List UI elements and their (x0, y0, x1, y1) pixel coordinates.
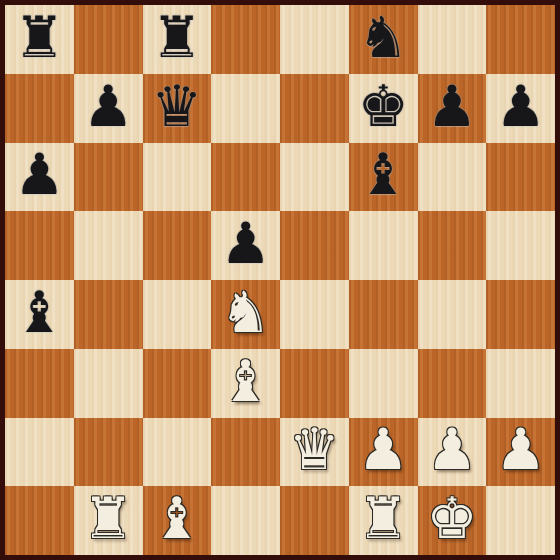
square-f7[interactable]: ♚ (349, 74, 418, 143)
square-a3[interactable] (5, 349, 74, 418)
square-a2[interactable] (5, 418, 74, 487)
black-rook-piece[interactable]: ♜ (14, 9, 65, 66)
square-h6[interactable] (486, 143, 555, 212)
black-bishop-piece[interactable]: ♝ (358, 146, 409, 203)
square-h2[interactable]: ♟ (486, 418, 555, 487)
black-rook-piece[interactable]: ♜ (151, 9, 202, 66)
white-bishop-piece[interactable]: ♝ (151, 490, 202, 547)
square-h4[interactable] (486, 280, 555, 349)
square-c3[interactable] (143, 349, 212, 418)
square-g3[interactable] (418, 349, 487, 418)
white-queen-piece[interactable]: ♛ (289, 421, 340, 478)
square-f1[interactable]: ♜ (349, 486, 418, 555)
white-rook-piece[interactable]: ♜ (83, 490, 134, 547)
square-a4[interactable]: ♝ (5, 280, 74, 349)
square-e3[interactable] (280, 349, 349, 418)
white-rook-piece[interactable]: ♜ (358, 490, 409, 547)
square-c2[interactable] (143, 418, 212, 487)
square-e2[interactable]: ♛ (280, 418, 349, 487)
square-f4[interactable] (349, 280, 418, 349)
square-h7[interactable]: ♟ (486, 74, 555, 143)
square-c1[interactable]: ♝ (143, 486, 212, 555)
square-b8[interactable] (74, 5, 143, 74)
square-a5[interactable] (5, 211, 74, 280)
square-g5[interactable] (418, 211, 487, 280)
black-pawn-piece[interactable]: ♟ (495, 78, 546, 135)
square-f3[interactable] (349, 349, 418, 418)
square-c6[interactable] (143, 143, 212, 212)
square-h8[interactable] (486, 5, 555, 74)
square-g8[interactable] (418, 5, 487, 74)
chess-board: ♜♜♞♟♛♚♟♟♟♝♟♝♞♝♛♟♟♟♜♝♜♚ (0, 0, 560, 560)
square-a6[interactable]: ♟ (5, 143, 74, 212)
square-b4[interactable] (74, 280, 143, 349)
square-c8[interactable]: ♜ (143, 5, 212, 74)
square-d3[interactable]: ♝ (211, 349, 280, 418)
board-grid: ♜♜♞♟♛♚♟♟♟♝♟♝♞♝♛♟♟♟♜♝♜♚ (5, 5, 555, 555)
square-e6[interactable] (280, 143, 349, 212)
black-king-piece[interactable]: ♚ (358, 78, 409, 135)
black-knight-piece[interactable]: ♞ (358, 9, 409, 66)
square-g2[interactable]: ♟ (418, 418, 487, 487)
square-g1[interactable]: ♚ (418, 486, 487, 555)
white-knight-piece[interactable]: ♞ (220, 284, 271, 341)
square-e1[interactable] (280, 486, 349, 555)
white-pawn-piece[interactable]: ♟ (358, 421, 409, 478)
square-f8[interactable]: ♞ (349, 5, 418, 74)
square-b1[interactable]: ♜ (74, 486, 143, 555)
square-b3[interactable] (74, 349, 143, 418)
black-pawn-piece[interactable]: ♟ (426, 78, 477, 135)
square-d5[interactable]: ♟ (211, 211, 280, 280)
square-d6[interactable] (211, 143, 280, 212)
black-pawn-piece[interactable]: ♟ (14, 146, 65, 203)
square-f2[interactable]: ♟ (349, 418, 418, 487)
square-a8[interactable]: ♜ (5, 5, 74, 74)
square-g4[interactable] (418, 280, 487, 349)
square-d8[interactable] (211, 5, 280, 74)
square-b2[interactable] (74, 418, 143, 487)
black-pawn-piece[interactable]: ♟ (83, 78, 134, 135)
square-d1[interactable] (211, 486, 280, 555)
black-queen-piece[interactable]: ♛ (151, 78, 202, 135)
square-b6[interactable] (74, 143, 143, 212)
square-g7[interactable]: ♟ (418, 74, 487, 143)
white-bishop-piece[interactable]: ♝ (220, 353, 271, 410)
square-c5[interactable] (143, 211, 212, 280)
square-f5[interactable] (349, 211, 418, 280)
square-c7[interactable]: ♛ (143, 74, 212, 143)
square-e8[interactable] (280, 5, 349, 74)
square-h5[interactable] (486, 211, 555, 280)
square-g6[interactable] (418, 143, 487, 212)
square-e4[interactable] (280, 280, 349, 349)
square-d4[interactable]: ♞ (211, 280, 280, 349)
black-bishop-piece[interactable]: ♝ (14, 284, 65, 341)
square-d7[interactable] (211, 74, 280, 143)
white-king-piece[interactable]: ♚ (426, 490, 477, 547)
square-b5[interactable] (74, 211, 143, 280)
square-c4[interactable] (143, 280, 212, 349)
square-e7[interactable] (280, 74, 349, 143)
square-h1[interactable] (486, 486, 555, 555)
white-pawn-piece[interactable]: ♟ (426, 421, 477, 478)
square-a7[interactable] (5, 74, 74, 143)
white-pawn-piece[interactable]: ♟ (495, 421, 546, 478)
square-d2[interactable] (211, 418, 280, 487)
square-b7[interactable]: ♟ (74, 74, 143, 143)
square-h3[interactable] (486, 349, 555, 418)
square-a1[interactable] (5, 486, 74, 555)
square-e5[interactable] (280, 211, 349, 280)
square-f6[interactable]: ♝ (349, 143, 418, 212)
black-pawn-piece[interactable]: ♟ (220, 215, 271, 272)
